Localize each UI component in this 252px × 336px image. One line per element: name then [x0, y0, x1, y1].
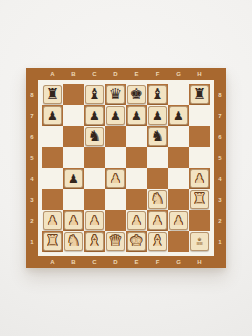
white-bishop: ♝ [148, 232, 167, 251]
board-inner-border: ♜♝♛♚♝♜♟♟♟♟♟♟♞♞♟♟♟♞♜♟♟♟♟♟♟♜♞♝♛♚♝♚☰☰ [38, 80, 214, 256]
white-pawn: ♟ [148, 211, 167, 230]
black-bishop: ♝ [85, 85, 104, 104]
black-bishop: ♝ [148, 85, 167, 104]
rank-label-2: 2 [26, 210, 38, 231]
square-b1: ♞ [63, 231, 84, 252]
file-labels-bottom: ABCDEFGH [42, 256, 210, 268]
black-knight: ♞ [85, 127, 104, 146]
square-h7 [189, 105, 210, 126]
rank-label-2: 2 [214, 210, 226, 231]
rank-label-7: 7 [26, 105, 38, 126]
square-h4: ♟ [189, 168, 210, 189]
rank-label-4: 4 [214, 168, 226, 189]
square-h2 [189, 210, 210, 231]
white-rook: ♜ [43, 232, 62, 251]
rank-label-7: 7 [214, 105, 226, 126]
white-knight-icon: ♞ [151, 192, 164, 207]
black-rook-icon: ♜ [193, 87, 206, 102]
white-pawn: ♟ [64, 211, 83, 230]
square-f1: ♝ [147, 231, 168, 252]
square-g1 [168, 231, 189, 252]
black-knight-icon: ♞ [151, 129, 164, 144]
white-knight-icon: ♞ [67, 234, 80, 249]
rank-label-8: 8 [26, 84, 38, 105]
square-d3 [105, 189, 126, 210]
rank-label-4: 4 [26, 168, 38, 189]
black-rook: ♜ [43, 85, 62, 104]
rank-label-3: 3 [26, 189, 38, 210]
rank-label-1: 1 [214, 231, 226, 252]
white-pawn: ♟ [169, 211, 188, 230]
black-queen-icon: ♛ [109, 87, 122, 102]
file-label-a: A [42, 68, 63, 80]
square-g2: ♟ [168, 210, 189, 231]
rank-label-1: 1 [26, 231, 38, 252]
white-pawn: ♟ [127, 211, 146, 230]
square-a1: ♜ [42, 231, 63, 252]
white-pawn-icon: ♟ [194, 172, 205, 184]
square-f2: ♟ [147, 210, 168, 231]
square-a3 [42, 189, 63, 210]
square-d6 [105, 126, 126, 147]
square-a7: ♟ [42, 105, 63, 126]
black-queen: ♛ [106, 85, 125, 104]
square-c6: ♞ [84, 126, 105, 147]
white-pawn: ♟ [85, 211, 104, 230]
white-pawn-icon: ♟ [47, 214, 58, 226]
white-pawn-icon: ♟ [131, 214, 142, 226]
square-d5 [105, 147, 126, 168]
board-grid: ♜♝♛♚♝♜♟♟♟♟♟♟♞♞♟♟♟♞♜♟♟♟♟♟♟♜♞♝♛♚♝♚☰☰ [42, 84, 210, 252]
square-b2: ♟ [63, 210, 84, 231]
square-e7: ♟ [126, 105, 147, 126]
rank-label-6: 6 [26, 126, 38, 147]
black-pawn: ♟ [148, 106, 167, 125]
rank-label-8: 8 [214, 84, 226, 105]
white-pawn-icon: ♟ [89, 214, 100, 226]
file-label-g: G [168, 68, 189, 80]
square-e6 [126, 126, 147, 147]
square-f7: ♟ [147, 105, 168, 126]
square-e4 [126, 168, 147, 189]
white-pawn: ♟ [190, 169, 209, 188]
black-king: ♚ [127, 85, 146, 104]
black-bishop-icon: ♝ [151, 87, 164, 102]
square-e5 [126, 147, 147, 168]
square-e2: ♟ [126, 210, 147, 231]
square-h6 [189, 126, 210, 147]
white-king: ♚ [127, 232, 146, 251]
white-king-icon: ♚ [130, 234, 143, 249]
brand-stamp-card: ♚☰☰ [190, 232, 209, 251]
square-h5 [189, 147, 210, 168]
square-h3: ♜ [189, 189, 210, 210]
black-pawn: ♟ [64, 169, 83, 188]
white-queen: ♛ [106, 232, 125, 251]
square-f3: ♞ [147, 189, 168, 210]
file-label-g: G [168, 256, 189, 268]
white-pawn-icon: ♟ [173, 214, 184, 226]
file-label-f: F [147, 68, 168, 80]
white-pawn: ♟ [43, 211, 62, 230]
square-e1: ♚ [126, 231, 147, 252]
white-pawn-icon: ♟ [152, 214, 163, 226]
square-e3 [126, 189, 147, 210]
file-label-h: H [189, 68, 210, 80]
square-c1: ♝ [84, 231, 105, 252]
file-label-e: E [126, 68, 147, 80]
square-h1: ♚☰☰ [189, 231, 210, 252]
rank-labels-right: 87654321 [214, 84, 226, 252]
square-d4: ♟ [105, 168, 126, 189]
square-g3 [168, 189, 189, 210]
white-bishop-icon: ♝ [88, 234, 101, 249]
file-label-f: F [147, 256, 168, 268]
square-a8: ♜ [42, 84, 63, 105]
white-rook-icon: ♜ [46, 234, 59, 249]
black-rook-icon: ♜ [46, 87, 59, 102]
square-b5 [63, 147, 84, 168]
file-label-a: A [42, 256, 63, 268]
square-g5 [168, 147, 189, 168]
square-b3 [63, 189, 84, 210]
black-pawn: ♟ [85, 106, 104, 125]
black-pawn: ♟ [106, 106, 125, 125]
square-e8: ♚ [126, 84, 147, 105]
square-c8: ♝ [84, 84, 105, 105]
rank-label-5: 5 [214, 147, 226, 168]
square-g7: ♟ [168, 105, 189, 126]
white-pawn: ♟ [106, 169, 125, 188]
square-f5 [147, 147, 168, 168]
square-f6: ♞ [147, 126, 168, 147]
brand-text-lines: ☰☰ [196, 242, 202, 246]
black-pawn-icon: ♟ [89, 109, 100, 121]
file-label-e: E [126, 256, 147, 268]
square-c3 [84, 189, 105, 210]
black-pawn-icon: ♟ [110, 109, 121, 121]
file-label-d: D [105, 68, 126, 80]
square-a4 [42, 168, 63, 189]
white-rook-icon: ♜ [193, 192, 206, 207]
square-c7: ♟ [84, 105, 105, 126]
black-pawn-icon: ♟ [173, 109, 184, 121]
black-pawn-icon: ♟ [47, 109, 58, 121]
white-pawn-icon: ♟ [68, 214, 79, 226]
file-label-c: C [84, 68, 105, 80]
rank-label-3: 3 [214, 189, 226, 210]
white-bishop: ♝ [85, 232, 104, 251]
black-pawn-icon: ♟ [131, 109, 142, 121]
square-a6 [42, 126, 63, 147]
white-knight: ♞ [64, 232, 83, 251]
square-f8: ♝ [147, 84, 168, 105]
chessboard: ABCDEFGH ABCDEFGH 87654321 87654321 ♜♝♛♚… [26, 68, 226, 268]
white-queen-icon: ♛ [109, 234, 122, 249]
square-c5 [84, 147, 105, 168]
square-g6 [168, 126, 189, 147]
file-labels-top: ABCDEFGH [42, 68, 210, 80]
white-knight: ♞ [148, 190, 167, 209]
white-bishop-icon: ♝ [151, 234, 164, 249]
black-rook: ♜ [190, 85, 209, 104]
square-g4 [168, 168, 189, 189]
black-knight-icon: ♞ [88, 129, 101, 144]
photo-scene: ABCDEFGH ABCDEFGH 87654321 87654321 ♜♝♛♚… [0, 0, 252, 336]
square-h8: ♜ [189, 84, 210, 105]
square-c4 [84, 168, 105, 189]
square-g8 [168, 84, 189, 105]
square-b4: ♟ [63, 168, 84, 189]
black-king-icon: ♚ [130, 87, 143, 102]
square-a2: ♟ [42, 210, 63, 231]
file-label-b: B [63, 68, 84, 80]
black-knight: ♞ [148, 127, 167, 146]
black-pawn: ♟ [43, 106, 62, 125]
square-d8: ♛ [105, 84, 126, 105]
square-a5 [42, 147, 63, 168]
file-label-d: D [105, 256, 126, 268]
rank-label-5: 5 [26, 147, 38, 168]
square-b8 [63, 84, 84, 105]
square-b6 [63, 126, 84, 147]
square-c2: ♟ [84, 210, 105, 231]
square-f4 [147, 168, 168, 189]
square-d2 [105, 210, 126, 231]
square-d1: ♛ [105, 231, 126, 252]
black-pawn: ♟ [127, 106, 146, 125]
white-rook: ♜ [190, 190, 209, 209]
black-pawn: ♟ [169, 106, 188, 125]
file-label-c: C [84, 256, 105, 268]
rank-label-6: 6 [214, 126, 226, 147]
square-b7 [63, 105, 84, 126]
square-d7: ♟ [105, 105, 126, 126]
file-label-b: B [63, 256, 84, 268]
file-label-h: H [189, 256, 210, 268]
rank-labels-left: 87654321 [26, 84, 38, 252]
black-bishop-icon: ♝ [88, 87, 101, 102]
white-pawn-icon: ♟ [110, 172, 121, 184]
black-pawn-icon: ♟ [152, 109, 163, 121]
black-pawn-icon: ♟ [68, 172, 79, 184]
